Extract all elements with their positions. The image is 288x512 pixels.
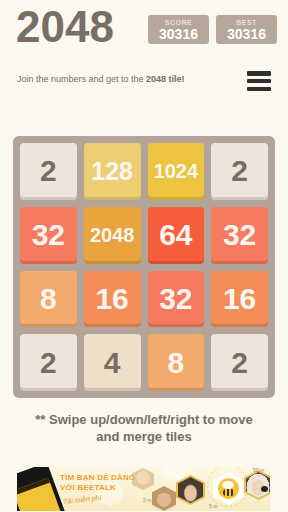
tile-2: 2 — [20, 143, 77, 200]
avatar-hexagon-man — [178, 477, 203, 503]
ad-banner[interactable]: TÌM BẠN DỄ DÀNG VỚI BEETALK Tải miễn phí… — [17, 467, 270, 511]
menu-bar — [247, 87, 271, 92]
distance-label: 2 m — [143, 497, 151, 503]
subtitle-text: Join the numbers and get to the — [17, 74, 146, 84]
tile-1024: 1024 — [148, 143, 205, 200]
tile-16: 16 — [84, 271, 141, 328]
instructions-line2: and merge tiles — [0, 428, 288, 445]
distance-label: 5 m — [209, 503, 217, 509]
menu-bar — [247, 71, 271, 76]
best-value: 30316 — [227, 27, 266, 42]
tile-2: 2 — [20, 334, 77, 391]
ad-headline-line2: VỚI BEETALK — [60, 483, 135, 493]
chat-bubble-icon — [261, 486, 268, 492]
tile-128: 128 — [84, 143, 141, 200]
score-box: SCORE 30316 — [148, 15, 209, 44]
tile-2048: 2048 — [84, 207, 141, 264]
bee-body-icon — [223, 489, 234, 496]
avatar-hexagon-woman-border — [244, 470, 270, 500]
ad-headline-line1: TÌM BẠN DỄ DÀNG — [60, 473, 135, 483]
score-value: 30316 — [159, 27, 198, 42]
decor-hexagon — [165, 467, 185, 481]
tile-8: 8 — [148, 334, 205, 391]
ad-headline: TÌM BẠN DỄ DÀNG VỚI BEETALK — [60, 473, 135, 493]
tile-32: 32 — [148, 271, 205, 328]
avatar-hexagon-hat-woman — [152, 486, 176, 511]
tile-32: 32 — [211, 207, 268, 264]
game-board[interactable]: 212810242322048643281632162482 — [13, 136, 275, 398]
avatar-hexagon-woman — [246, 472, 270, 498]
distance-label: 50 m — [253, 467, 264, 473]
tile-4: 4 — [84, 334, 141, 391]
menu-icon[interactable] — [247, 71, 271, 91]
best-box: BEST 30316 — [216, 15, 277, 44]
tile-16: 16 — [211, 271, 268, 328]
instructions-line1: ** Swipe up/down/left/right to move — [0, 411, 288, 428]
app-title: 2048 — [16, 2, 114, 52]
tile-64: 64 — [148, 207, 205, 264]
tile-32: 32 — [20, 207, 77, 264]
subtitle-goal: 2048 tile! — [146, 74, 185, 84]
bee-speech-bubble — [222, 481, 234, 489]
tile-2: 2 — [211, 334, 268, 391]
tile-2: 2 — [211, 143, 268, 200]
bee-circle — [218, 478, 239, 499]
instructions: ** Swipe up/down/left/right to move and … — [0, 411, 288, 445]
ad-tagline: Tải miễn phí — [63, 494, 102, 505]
avatar-hexagon-man-border — [176, 475, 205, 505]
phone-screen-header — [17, 478, 50, 496]
app-screen: 2048 SCORE 30316 BEST 30316 Join the num… — [0, 0, 288, 512]
menu-bar — [247, 79, 271, 84]
tile-8: 8 — [20, 271, 77, 328]
subtitle: Join the numbers and get to the 2048 til… — [17, 74, 227, 84]
